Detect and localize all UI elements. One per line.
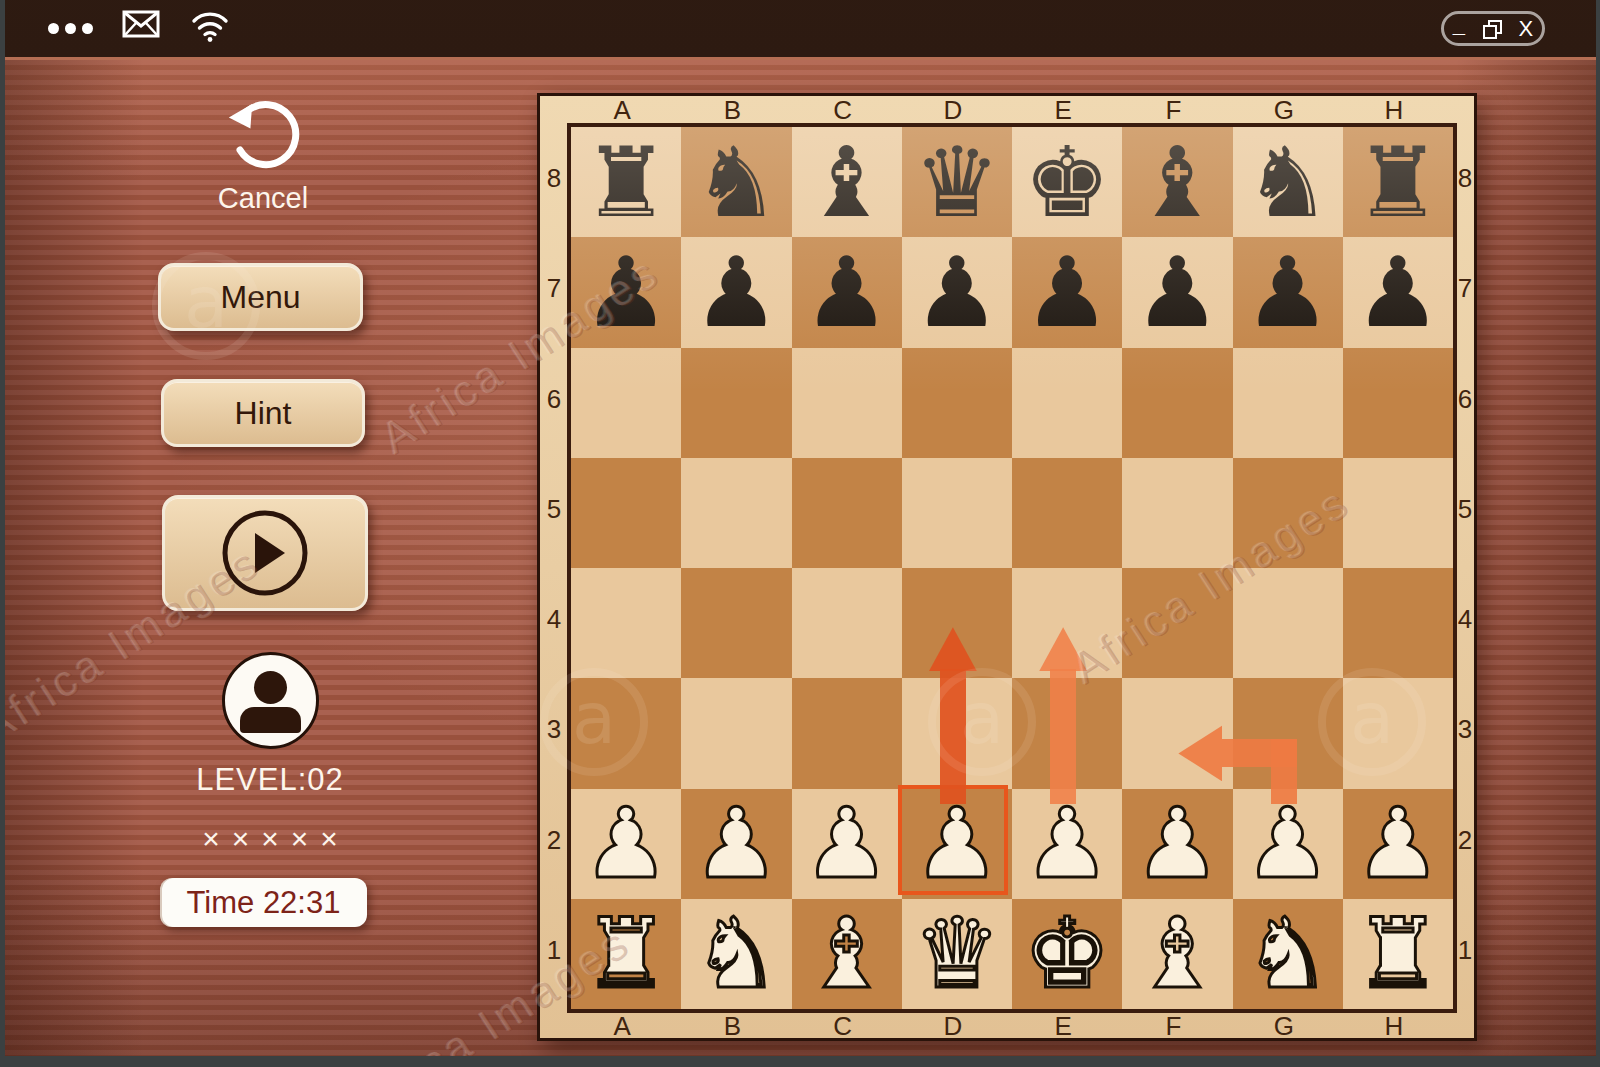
white-bishop: ♝ xyxy=(1122,899,1232,1009)
square-a7[interactable]: ♟ xyxy=(571,237,681,347)
square-d7[interactable]: ♟ xyxy=(902,237,1012,347)
rank-label-left-4: 4 xyxy=(545,604,563,635)
window-controls: _ X xyxy=(1441,11,1545,46)
black-pawn: ♟ xyxy=(1012,237,1122,347)
white-king: ♚ xyxy=(1012,899,1122,1009)
white-rook: ♜ xyxy=(1343,899,1453,1009)
rank-label-right-3: 3 xyxy=(1456,714,1474,745)
square-b5[interactable] xyxy=(681,458,791,568)
square-f7[interactable]: ♟ xyxy=(1122,237,1232,347)
rank-label-right-8: 8 xyxy=(1456,163,1474,194)
square-b2[interactable]: ♟ xyxy=(681,789,791,899)
rank-label-right-1: 1 xyxy=(1456,935,1474,966)
black-queen: ♛ xyxy=(902,127,1012,237)
undo-icon xyxy=(224,98,302,172)
square-e7[interactable]: ♟ xyxy=(1012,237,1122,347)
square-h3[interactable] xyxy=(1343,678,1453,788)
square-e8[interactable]: ♚ xyxy=(1012,127,1122,237)
menu-label: Menu xyxy=(220,279,300,316)
square-a8[interactable]: ♜ xyxy=(571,127,681,237)
square-c3[interactable] xyxy=(792,678,902,788)
square-d3[interactable] xyxy=(902,678,1012,788)
rank-label-left-6: 6 xyxy=(545,384,563,415)
file-label-top-g: G xyxy=(1274,95,1294,126)
time-badge: Time 22:31 xyxy=(160,878,367,927)
close-button[interactable]: X xyxy=(1518,18,1533,40)
rank-label-right-4: 4 xyxy=(1456,604,1474,635)
black-rook: ♜ xyxy=(1343,127,1453,237)
play-button[interactable] xyxy=(162,495,368,611)
rank-label-left-8: 8 xyxy=(545,163,563,194)
square-e1[interactable]: ♚ xyxy=(1012,899,1122,1009)
file-label-bottom-g: G xyxy=(1274,1011,1294,1042)
square-a1[interactable]: ♜ xyxy=(571,899,681,1009)
square-c6[interactable] xyxy=(792,348,902,458)
rank-label-left-7: 7 xyxy=(545,273,563,304)
hint-label: Hint xyxy=(235,395,292,432)
square-d5[interactable] xyxy=(902,458,1012,568)
chess-board: AABBCCDDEEFFGGHH8877665544332211 ♜♞♝♛♚♝♞… xyxy=(537,93,1477,1041)
black-knight: ♞ xyxy=(1233,127,1343,237)
square-f3[interactable] xyxy=(1122,678,1232,788)
square-f5[interactable] xyxy=(1122,458,1232,568)
square-d6[interactable] xyxy=(902,348,1012,458)
square-b4[interactable] xyxy=(681,568,791,678)
square-c4[interactable] xyxy=(792,568,902,678)
square-f4[interactable] xyxy=(1122,568,1232,678)
square-d8[interactable]: ♛ xyxy=(902,127,1012,237)
square-d1[interactable]: ♛ xyxy=(902,899,1012,1009)
square-f1[interactable]: ♝ xyxy=(1122,899,1232,1009)
square-b7[interactable]: ♟ xyxy=(681,237,791,347)
square-h7[interactable]: ♟ xyxy=(1343,237,1453,347)
avatar-person-icon xyxy=(254,671,287,704)
square-g5[interactable] xyxy=(1233,458,1343,568)
white-pawn: ♟ xyxy=(681,789,791,899)
square-c5[interactable] xyxy=(792,458,902,568)
square-h8[interactable]: ♜ xyxy=(1343,127,1453,237)
white-knight: ♞ xyxy=(681,899,791,1009)
white-pawn: ♟ xyxy=(1233,789,1343,899)
square-h2[interactable]: ♟ xyxy=(1343,789,1453,899)
square-e6[interactable] xyxy=(1012,348,1122,458)
square-h1[interactable]: ♜ xyxy=(1343,899,1453,1009)
lives-indicator: ××××× xyxy=(110,822,430,856)
square-c2[interactable]: ♟ xyxy=(792,789,902,899)
cancel-button[interactable]: Cancel xyxy=(178,98,348,215)
black-pawn: ♟ xyxy=(571,237,681,347)
rank-label-left-1: 1 xyxy=(545,935,563,966)
black-pawn: ♟ xyxy=(1343,237,1453,347)
square-e5[interactable] xyxy=(1012,458,1122,568)
square-f8[interactable]: ♝ xyxy=(1122,127,1232,237)
white-pawn: ♟ xyxy=(902,789,1012,899)
file-label-top-b: B xyxy=(722,95,742,126)
cancel-label: Cancel xyxy=(178,182,348,215)
white-queen: ♛ xyxy=(902,899,1012,1009)
black-pawn: ♟ xyxy=(792,237,902,347)
board-inner: ♜♞♝♛♚♝♞♜♟♟♟♟♟♟♟♟♟♟♟♟♟♟♟♟♜♞♝♛♚♝♞♜ xyxy=(567,123,1457,1013)
square-g4[interactable] xyxy=(1233,568,1343,678)
file-label-bottom-a: A xyxy=(612,1011,632,1042)
square-a4[interactable] xyxy=(571,568,681,678)
black-rook: ♜ xyxy=(571,127,681,237)
file-label-top-h: H xyxy=(1384,95,1404,126)
file-label-bottom-e: E xyxy=(1053,1011,1073,1042)
minimize-button[interactable]: _ xyxy=(1453,14,1465,36)
white-pawn: ♟ xyxy=(1343,789,1453,899)
file-label-top-d: D xyxy=(943,95,963,126)
square-f2[interactable]: ♟ xyxy=(1122,789,1232,899)
file-label-top-f: F xyxy=(1163,95,1183,126)
square-b3[interactable] xyxy=(681,678,791,788)
black-pawn: ♟ xyxy=(1233,237,1343,347)
square-d2[interactable]: ♟ xyxy=(902,789,1012,899)
square-b1[interactable]: ♞ xyxy=(681,899,791,1009)
rank-label-left-5: 5 xyxy=(545,494,563,525)
white-rook: ♜ xyxy=(571,899,681,1009)
square-e3[interactable] xyxy=(1012,678,1122,788)
white-pawn: ♟ xyxy=(1122,789,1232,899)
square-e2[interactable]: ♟ xyxy=(1012,789,1122,899)
file-label-bottom-c: C xyxy=(833,1011,853,1042)
square-g2[interactable]: ♟ xyxy=(1233,789,1343,899)
square-g1[interactable]: ♞ xyxy=(1233,899,1343,1009)
avatar[interactable] xyxy=(222,652,319,749)
file-label-bottom-f: F xyxy=(1163,1011,1183,1042)
hint-button[interactable]: Hint xyxy=(161,379,365,447)
menu-button[interactable]: Menu xyxy=(158,263,363,331)
white-pawn: ♟ xyxy=(571,789,681,899)
file-label-top-e: E xyxy=(1053,95,1073,126)
wifi-icon[interactable] xyxy=(190,10,230,42)
rank-label-right-2: 2 xyxy=(1456,825,1474,856)
time-label: Time 22:31 xyxy=(187,885,341,921)
rank-label-right-5: 5 xyxy=(1456,494,1474,525)
file-label-bottom-h: H xyxy=(1384,1011,1404,1042)
square-b8[interactable]: ♞ xyxy=(681,127,791,237)
square-a5[interactable] xyxy=(571,458,681,568)
mail-icon[interactable] xyxy=(122,10,160,38)
square-g6[interactable] xyxy=(1233,348,1343,458)
square-g7[interactable]: ♟ xyxy=(1233,237,1343,347)
rank-label-right-6: 6 xyxy=(1456,384,1474,415)
level-label: LEVEL:02 xyxy=(110,762,430,798)
black-pawn: ♟ xyxy=(681,237,791,347)
square-f6[interactable] xyxy=(1122,348,1232,458)
black-knight: ♞ xyxy=(681,127,791,237)
white-pawn: ♟ xyxy=(792,789,902,899)
square-c7[interactable]: ♟ xyxy=(792,237,902,347)
ellipsis-icon[interactable] xyxy=(48,23,93,34)
rank-label-left-2: 2 xyxy=(545,825,563,856)
rank-label-right-7: 7 xyxy=(1456,273,1474,304)
square-a2[interactable]: ♟ xyxy=(571,789,681,899)
black-pawn: ♟ xyxy=(1122,237,1232,347)
square-a3[interactable] xyxy=(571,678,681,788)
black-king: ♚ xyxy=(1012,127,1122,237)
play-icon xyxy=(219,507,311,599)
black-bishop: ♝ xyxy=(792,127,902,237)
rank-label-left-3: 3 xyxy=(545,714,563,745)
square-h6[interactable] xyxy=(1343,348,1453,458)
square-g3[interactable] xyxy=(1233,678,1343,788)
square-c8[interactable]: ♝ xyxy=(792,127,902,237)
square-h4[interactable] xyxy=(1343,568,1453,678)
white-pawn: ♟ xyxy=(1012,789,1122,899)
square-a6[interactable] xyxy=(571,348,681,458)
white-knight: ♞ xyxy=(1233,899,1343,1009)
square-d4[interactable] xyxy=(902,568,1012,678)
square-c1[interactable]: ♝ xyxy=(792,899,902,1009)
black-pawn: ♟ xyxy=(902,237,1012,347)
square-e4[interactable] xyxy=(1012,568,1122,678)
file-label-bottom-d: D xyxy=(943,1011,963,1042)
restore-button[interactable] xyxy=(1483,20,1501,38)
black-bishop: ♝ xyxy=(1122,127,1232,237)
square-g8[interactable]: ♞ xyxy=(1233,127,1343,237)
square-h5[interactable] xyxy=(1343,458,1453,568)
file-label-bottom-b: B xyxy=(722,1011,742,1042)
sidebar: Cancel Menu Hint LEVEL:02 ××××× Time 22:… xyxy=(0,60,520,1067)
file-label-top-c: C xyxy=(833,95,853,126)
square-b6[interactable] xyxy=(681,348,791,458)
white-bishop: ♝ xyxy=(792,899,902,1009)
titlebar: _ X xyxy=(0,0,1600,60)
file-label-top-a: A xyxy=(612,95,632,126)
